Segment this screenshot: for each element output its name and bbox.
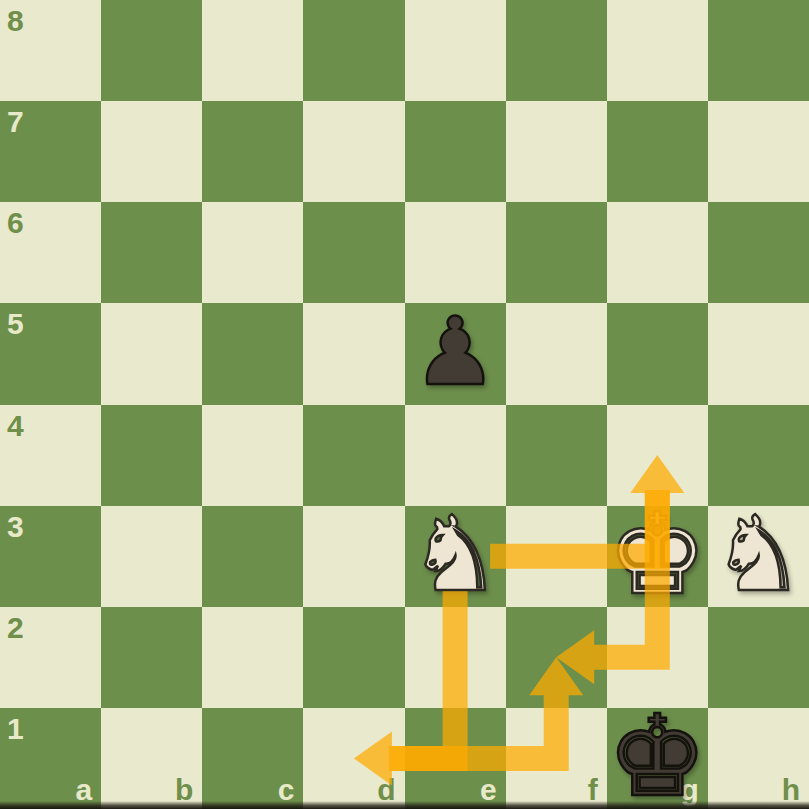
black-king-g1[interactable]: ♚ <box>607 706 708 807</box>
square-g5[interactable] <box>607 303 708 404</box>
square-h1[interactable]: h <box>708 708 809 809</box>
square-a7[interactable]: 7 <box>0 101 101 202</box>
file-label-h: h <box>782 775 800 805</box>
square-g8[interactable] <box>607 0 708 101</box>
chess-board: 87654321abcdefgh ♟♞♚♞♚ <box>0 0 809 809</box>
rank-label-2: 2 <box>7 613 24 643</box>
square-e2[interactable] <box>405 607 506 708</box>
square-e8[interactable] <box>405 0 506 101</box>
square-e4[interactable] <box>405 405 506 506</box>
white-knight-h3[interactable]: ♞ <box>708 504 809 605</box>
rank-label-1: 1 <box>7 714 24 744</box>
square-g6[interactable] <box>607 202 708 303</box>
file-label-a: a <box>75 775 92 805</box>
file-label-b: b <box>175 775 193 805</box>
square-c3[interactable] <box>202 506 303 607</box>
rank-label-8: 8 <box>7 6 24 36</box>
square-a6[interactable]: 6 <box>0 202 101 303</box>
square-a4[interactable]: 4 <box>0 405 101 506</box>
square-h7[interactable] <box>708 101 809 202</box>
square-h2[interactable] <box>708 607 809 708</box>
square-d7[interactable] <box>303 101 404 202</box>
rank-label-3: 3 <box>7 512 24 542</box>
square-e7[interactable] <box>405 101 506 202</box>
file-label-e: e <box>480 775 497 805</box>
square-d2[interactable] <box>303 607 404 708</box>
square-f6[interactable] <box>506 202 607 303</box>
square-b7[interactable] <box>101 101 202 202</box>
black-pawn-e5[interactable]: ♟ <box>405 301 506 402</box>
square-c5[interactable] <box>202 303 303 404</box>
white-knight-e3[interactable]: ♞ <box>405 504 506 605</box>
square-g7[interactable] <box>607 101 708 202</box>
square-e1[interactable]: e <box>405 708 506 809</box>
square-d3[interactable] <box>303 506 404 607</box>
square-a2[interactable]: 2 <box>0 607 101 708</box>
rank-label-7: 7 <box>7 107 24 137</box>
square-h8[interactable] <box>708 0 809 101</box>
rank-label-4: 4 <box>7 411 24 441</box>
square-b3[interactable] <box>101 506 202 607</box>
square-h5[interactable] <box>708 303 809 404</box>
square-f5[interactable] <box>506 303 607 404</box>
square-b1[interactable]: b <box>101 708 202 809</box>
square-c6[interactable] <box>202 202 303 303</box>
square-d5[interactable] <box>303 303 404 404</box>
rank-label-6: 6 <box>7 208 24 238</box>
square-f3[interactable] <box>506 506 607 607</box>
square-f2[interactable] <box>506 607 607 708</box>
square-h6[interactable] <box>708 202 809 303</box>
square-b5[interactable] <box>101 303 202 404</box>
square-e6[interactable] <box>405 202 506 303</box>
square-c2[interactable] <box>202 607 303 708</box>
square-f4[interactable] <box>506 405 607 506</box>
file-label-d: d <box>377 775 395 805</box>
square-f7[interactable] <box>506 101 607 202</box>
board-squares: 87654321abcdefgh <box>0 0 809 809</box>
square-b4[interactable] <box>101 405 202 506</box>
file-label-c: c <box>278 775 295 805</box>
square-f8[interactable] <box>506 0 607 101</box>
square-h4[interactable] <box>708 405 809 506</box>
square-c4[interactable] <box>202 405 303 506</box>
square-a1[interactable]: 1a <box>0 708 101 809</box>
square-c1[interactable]: c <box>202 708 303 809</box>
square-d1[interactable]: d <box>303 708 404 809</box>
square-b8[interactable] <box>101 0 202 101</box>
square-f1[interactable]: f <box>506 708 607 809</box>
square-d4[interactable] <box>303 405 404 506</box>
white-king-g3[interactable]: ♚ <box>607 504 708 605</box>
file-label-f: f <box>588 775 598 805</box>
square-c7[interactable] <box>202 101 303 202</box>
square-d6[interactable] <box>303 202 404 303</box>
square-b2[interactable] <box>101 607 202 708</box>
square-a8[interactable]: 8 <box>0 0 101 101</box>
rank-label-5: 5 <box>7 309 24 339</box>
square-a5[interactable]: 5 <box>0 303 101 404</box>
square-a3[interactable]: 3 <box>0 506 101 607</box>
square-b6[interactable] <box>101 202 202 303</box>
square-c8[interactable] <box>202 0 303 101</box>
square-d8[interactable] <box>303 0 404 101</box>
